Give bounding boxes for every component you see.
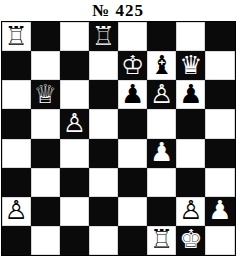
square-h5 — [205, 109, 234, 138]
square-b3 — [31, 168, 60, 197]
square-e8 — [118, 22, 147, 51]
square-a1 — [2, 226, 31, 255]
white-pawn-g2: ♙ — [179, 197, 202, 223]
square-c6 — [60, 80, 89, 109]
square-g6: ♟ — [176, 80, 205, 109]
square-c7 — [60, 51, 89, 80]
square-d4 — [89, 139, 118, 168]
square-a4 — [2, 139, 31, 168]
white-pawn-a2: ♙ — [4, 197, 27, 223]
square-c3 — [60, 168, 89, 197]
square-b6: ♕ — [31, 80, 60, 109]
square-g4 — [176, 139, 205, 168]
square-a5 — [2, 109, 31, 138]
black-bishop-f7: ♝ — [150, 52, 173, 78]
square-b4 — [31, 139, 60, 168]
square-f8 — [147, 22, 176, 51]
square-e7: ♔ — [118, 51, 147, 80]
square-b7 — [31, 51, 60, 80]
square-g1: ♚ — [176, 226, 205, 255]
square-e3 — [118, 168, 147, 197]
square-e5 — [118, 109, 147, 138]
board-container: ♖♖♔♝♛♕♟♙♟♙♟♙♙♟♖♚ — [0, 21, 236, 256]
square-f2 — [147, 197, 176, 226]
square-d1 — [89, 226, 118, 255]
chess-board: ♖♖♔♝♛♕♟♙♟♙♟♙♙♟♖♚ — [1, 21, 236, 256]
square-g3 — [176, 168, 205, 197]
square-a3 — [2, 168, 31, 197]
square-c5: ♙ — [60, 109, 89, 138]
white-queen-g7: ♛ — [179, 52, 202, 78]
square-d8: ♖ — [89, 22, 118, 51]
white-rook-a8: ♖ — [4, 23, 27, 49]
square-f3 — [147, 168, 176, 197]
square-g5 — [176, 109, 205, 138]
black-pawn-f6: ♙ — [150, 81, 173, 107]
square-d7 — [89, 51, 118, 80]
white-king-g1: ♚ — [179, 226, 202, 252]
square-f4: ♟ — [147, 139, 176, 168]
square-b5 — [31, 109, 60, 138]
square-a8: ♖ — [2, 22, 31, 51]
square-h8 — [205, 22, 234, 51]
puzzle-number-title: № 425 — [0, 0, 236, 21]
square-d2 — [89, 197, 118, 226]
square-f6: ♙ — [147, 80, 176, 109]
square-g7: ♛ — [176, 51, 205, 80]
square-c8 — [60, 22, 89, 51]
white-pawn-f4: ♟ — [150, 139, 173, 165]
square-c4 — [60, 139, 89, 168]
square-h6 — [205, 80, 234, 109]
square-b1 — [31, 226, 60, 255]
square-h3 — [205, 168, 234, 197]
square-e1 — [118, 226, 147, 255]
square-c2 — [60, 197, 89, 226]
black-queen-b6: ♕ — [34, 81, 57, 107]
black-pawn-c5: ♙ — [63, 110, 86, 136]
square-g2: ♙ — [176, 197, 205, 226]
square-a7 — [2, 51, 31, 80]
square-e4 — [118, 139, 147, 168]
white-rook-f1: ♖ — [150, 226, 173, 252]
square-a6 — [2, 80, 31, 109]
square-e6: ♟ — [118, 80, 147, 109]
square-h1 — [205, 226, 234, 255]
black-king-e7: ♔ — [121, 52, 144, 78]
square-c1 — [60, 226, 89, 255]
white-pawn-h2: ♟ — [208, 197, 231, 223]
square-f7: ♝ — [147, 51, 176, 80]
square-f5 — [147, 109, 176, 138]
square-e2 — [118, 197, 147, 226]
square-g8 — [176, 22, 205, 51]
black-rook-d8: ♖ — [92, 23, 115, 49]
square-h4 — [205, 139, 234, 168]
square-d5 — [89, 109, 118, 138]
black-pawn-g6: ♟ — [179, 81, 202, 107]
square-h7 — [205, 51, 234, 80]
square-a2: ♙ — [2, 197, 31, 226]
square-b8 — [31, 22, 60, 51]
square-d3 — [89, 168, 118, 197]
square-f1: ♖ — [147, 226, 176, 255]
square-d6 — [89, 80, 118, 109]
square-b2 — [31, 197, 60, 226]
square-h2: ♟ — [205, 197, 234, 226]
black-pawn-e6: ♟ — [121, 81, 144, 107]
